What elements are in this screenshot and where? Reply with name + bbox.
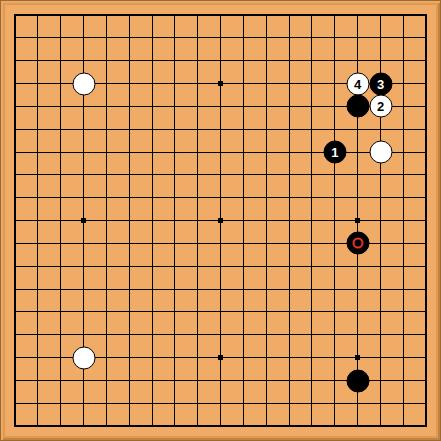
- intersection[interactable]: [346, 186, 369, 209]
- intersection[interactable]: [415, 392, 438, 415]
- intersection[interactable]: [369, 278, 392, 301]
- intersection[interactable]: [278, 72, 301, 95]
- intersection[interactable]: [346, 4, 369, 27]
- intersection[interactable]: [72, 255, 95, 278]
- intersection[interactable]: [163, 301, 186, 324]
- intersection[interactable]: [95, 392, 118, 415]
- intersection[interactable]: [415, 141, 438, 164]
- intersection[interactable]: [278, 26, 301, 49]
- intersection[interactable]: [49, 415, 72, 438]
- intersection[interactable]: [323, 209, 346, 232]
- intersection[interactable]: [4, 209, 27, 232]
- intersection[interactable]: [346, 232, 369, 255]
- intersection[interactable]: [255, 141, 278, 164]
- intersection[interactable]: [26, 95, 49, 118]
- intersection[interactable]: [232, 186, 255, 209]
- intersection[interactable]: [392, 49, 415, 72]
- intersection[interactable]: [95, 72, 118, 95]
- intersection[interactable]: [301, 26, 324, 49]
- intersection[interactable]: [4, 255, 27, 278]
- intersection[interactable]: [346, 95, 369, 118]
- intersection[interactable]: [232, 323, 255, 346]
- intersection[interactable]: [323, 346, 346, 369]
- intersection[interactable]: [255, 186, 278, 209]
- intersection[interactable]: [415, 232, 438, 255]
- intersection[interactable]: [118, 26, 141, 49]
- intersection[interactable]: [118, 278, 141, 301]
- intersection[interactable]: [26, 301, 49, 324]
- intersection[interactable]: [26, 255, 49, 278]
- intersection[interactable]: [209, 346, 232, 369]
- white-stone[interactable]: [72, 72, 95, 95]
- intersection[interactable]: [369, 392, 392, 415]
- intersection[interactable]: [232, 72, 255, 95]
- intersection[interactable]: [4, 232, 27, 255]
- intersection[interactable]: [255, 346, 278, 369]
- intersection[interactable]: [346, 346, 369, 369]
- intersection[interactable]: [323, 232, 346, 255]
- intersection[interactable]: [95, 26, 118, 49]
- intersection[interactable]: [392, 232, 415, 255]
- intersection[interactable]: [26, 163, 49, 186]
- intersection[interactable]: [301, 323, 324, 346]
- intersection[interactable]: [415, 255, 438, 278]
- intersection[interactable]: [209, 26, 232, 49]
- intersection[interactable]: [163, 255, 186, 278]
- intersection[interactable]: [209, 72, 232, 95]
- intersection[interactable]: [95, 95, 118, 118]
- intersection[interactable]: [323, 301, 346, 324]
- intersection[interactable]: [232, 369, 255, 392]
- intersection[interactable]: [232, 209, 255, 232]
- intersection[interactable]: [26, 323, 49, 346]
- intersection[interactable]: [346, 392, 369, 415]
- intersection[interactable]: [4, 163, 27, 186]
- intersection[interactable]: [26, 186, 49, 209]
- intersection[interactable]: [4, 141, 27, 164]
- intersection[interactable]: [255, 301, 278, 324]
- white-stone[interactable]: 2: [369, 95, 392, 118]
- intersection[interactable]: [49, 186, 72, 209]
- intersection[interactable]: [209, 186, 232, 209]
- intersection[interactable]: [392, 392, 415, 415]
- intersection[interactable]: [26, 415, 49, 438]
- intersection[interactable]: [118, 346, 141, 369]
- intersection[interactable]: [278, 118, 301, 141]
- intersection[interactable]: [72, 95, 95, 118]
- intersection[interactable]: [415, 49, 438, 72]
- intersection[interactable]: [301, 392, 324, 415]
- intersection[interactable]: [186, 141, 209, 164]
- intersection[interactable]: [346, 301, 369, 324]
- intersection[interactable]: [392, 118, 415, 141]
- intersection[interactable]: [323, 26, 346, 49]
- intersection[interactable]: [369, 26, 392, 49]
- intersection[interactable]: [415, 118, 438, 141]
- intersection[interactable]: [392, 369, 415, 392]
- intersection[interactable]: [209, 163, 232, 186]
- black-stone[interactable]: [346, 95, 369, 118]
- intersection[interactable]: [95, 186, 118, 209]
- intersection[interactable]: [415, 95, 438, 118]
- intersection[interactable]: [209, 369, 232, 392]
- intersection[interactable]: [118, 72, 141, 95]
- intersection[interactable]: [255, 255, 278, 278]
- intersection[interactable]: [72, 26, 95, 49]
- intersection[interactable]: 3: [369, 72, 392, 95]
- intersection[interactable]: [346, 415, 369, 438]
- intersection[interactable]: [95, 118, 118, 141]
- intersection[interactable]: [369, 118, 392, 141]
- intersection[interactable]: [346, 255, 369, 278]
- intersection[interactable]: [4, 26, 27, 49]
- intersection[interactable]: [209, 209, 232, 232]
- intersection[interactable]: [141, 278, 164, 301]
- intersection[interactable]: [369, 141, 392, 164]
- intersection[interactable]: [369, 323, 392, 346]
- intersection[interactable]: [415, 346, 438, 369]
- intersection[interactable]: [163, 163, 186, 186]
- intersection[interactable]: [186, 186, 209, 209]
- intersection[interactable]: [118, 141, 141, 164]
- intersection[interactable]: [141, 301, 164, 324]
- intersection[interactable]: [323, 118, 346, 141]
- intersection[interactable]: [49, 232, 72, 255]
- intersection[interactable]: [278, 49, 301, 72]
- intersection[interactable]: [141, 49, 164, 72]
- intersection[interactable]: [232, 141, 255, 164]
- intersection[interactable]: [186, 346, 209, 369]
- intersection[interactable]: [301, 278, 324, 301]
- intersection[interactable]: [232, 4, 255, 27]
- intersection[interactable]: [323, 72, 346, 95]
- intersection[interactable]: [346, 49, 369, 72]
- intersection[interactable]: [369, 255, 392, 278]
- intersection[interactable]: [209, 323, 232, 346]
- intersection[interactable]: [209, 118, 232, 141]
- intersection[interactable]: [232, 415, 255, 438]
- intersection[interactable]: [255, 415, 278, 438]
- intersection[interactable]: [141, 118, 164, 141]
- intersection[interactable]: [95, 346, 118, 369]
- intersection[interactable]: [95, 209, 118, 232]
- intersection[interactable]: [163, 209, 186, 232]
- intersection[interactable]: [95, 4, 118, 27]
- intersection[interactable]: [392, 163, 415, 186]
- intersection[interactable]: [186, 26, 209, 49]
- intersection[interactable]: [163, 72, 186, 95]
- intersection[interactable]: 4: [346, 72, 369, 95]
- intersection[interactable]: [186, 72, 209, 95]
- intersection[interactable]: [301, 163, 324, 186]
- intersection[interactable]: [26, 392, 49, 415]
- intersection[interactable]: [392, 323, 415, 346]
- intersection[interactable]: [415, 4, 438, 27]
- intersection[interactable]: [301, 301, 324, 324]
- intersection[interactable]: [232, 232, 255, 255]
- intersection[interactable]: [346, 118, 369, 141]
- intersection[interactable]: [323, 392, 346, 415]
- intersection[interactable]: [392, 209, 415, 232]
- intersection[interactable]: [415, 186, 438, 209]
- intersection[interactable]: [118, 49, 141, 72]
- intersection[interactable]: [72, 49, 95, 72]
- intersection[interactable]: [278, 323, 301, 346]
- intersection[interactable]: [49, 369, 72, 392]
- intersection[interactable]: [255, 209, 278, 232]
- intersection[interactable]: [141, 346, 164, 369]
- intersection[interactable]: [95, 323, 118, 346]
- intersection[interactable]: [301, 49, 324, 72]
- intersection[interactable]: [49, 141, 72, 164]
- intersection[interactable]: [369, 4, 392, 27]
- intersection[interactable]: [95, 301, 118, 324]
- intersection[interactable]: [415, 415, 438, 438]
- intersection[interactable]: [141, 232, 164, 255]
- intersection[interactable]: [26, 141, 49, 164]
- intersection[interactable]: [346, 163, 369, 186]
- intersection[interactable]: [301, 369, 324, 392]
- intersection[interactable]: [209, 415, 232, 438]
- intersection[interactable]: [26, 369, 49, 392]
- intersection[interactable]: [186, 369, 209, 392]
- intersection[interactable]: [49, 72, 72, 95]
- intersection[interactable]: [141, 4, 164, 27]
- intersection[interactable]: [301, 209, 324, 232]
- intersection[interactable]: [118, 4, 141, 27]
- intersection[interactable]: [163, 4, 186, 27]
- intersection[interactable]: [72, 278, 95, 301]
- intersection[interactable]: [415, 369, 438, 392]
- intersection[interactable]: [72, 163, 95, 186]
- intersection[interactable]: [49, 301, 72, 324]
- intersection[interactable]: [415, 72, 438, 95]
- intersection[interactable]: [118, 301, 141, 324]
- intersection[interactable]: [95, 163, 118, 186]
- intersection[interactable]: [118, 95, 141, 118]
- intersection[interactable]: [49, 118, 72, 141]
- intersection[interactable]: [209, 301, 232, 324]
- intersection[interactable]: [392, 95, 415, 118]
- intersection[interactable]: [301, 255, 324, 278]
- intersection[interactable]: [255, 278, 278, 301]
- intersection[interactable]: [118, 255, 141, 278]
- intersection[interactable]: [323, 49, 346, 72]
- intersection[interactable]: [255, 232, 278, 255]
- intersection[interactable]: [346, 369, 369, 392]
- intersection[interactable]: [141, 255, 164, 278]
- intersection[interactable]: [163, 278, 186, 301]
- intersection[interactable]: [26, 346, 49, 369]
- intersection[interactable]: [255, 392, 278, 415]
- intersection[interactable]: [163, 346, 186, 369]
- intersection[interactable]: [163, 95, 186, 118]
- intersection[interactable]: [141, 163, 164, 186]
- intersection[interactable]: [392, 415, 415, 438]
- intersection[interactable]: [392, 278, 415, 301]
- intersection[interactable]: [26, 26, 49, 49]
- intersection[interactable]: [72, 141, 95, 164]
- intersection[interactable]: [209, 278, 232, 301]
- intersection[interactable]: [118, 163, 141, 186]
- intersection[interactable]: [346, 323, 369, 346]
- intersection[interactable]: [369, 163, 392, 186]
- intersection[interactable]: [392, 301, 415, 324]
- intersection[interactable]: [26, 118, 49, 141]
- intersection[interactable]: [255, 95, 278, 118]
- intersection[interactable]: [415, 301, 438, 324]
- intersection[interactable]: [4, 95, 27, 118]
- black-stone[interactable]: [346, 369, 369, 392]
- intersection[interactable]: [255, 163, 278, 186]
- intersection[interactable]: [95, 232, 118, 255]
- intersection[interactable]: [141, 209, 164, 232]
- intersection[interactable]: [323, 369, 346, 392]
- intersection[interactable]: [369, 209, 392, 232]
- intersection[interactable]: [163, 141, 186, 164]
- intersection[interactable]: [278, 209, 301, 232]
- white-stone[interactable]: [369, 141, 392, 164]
- intersection[interactable]: [301, 415, 324, 438]
- intersection[interactable]: [186, 95, 209, 118]
- intersection[interactable]: [118, 232, 141, 255]
- intersection[interactable]: [278, 95, 301, 118]
- intersection[interactable]: [163, 26, 186, 49]
- black-stone[interactable]: [346, 232, 369, 255]
- intersection[interactable]: [301, 186, 324, 209]
- intersection[interactable]: [49, 255, 72, 278]
- intersection[interactable]: [415, 26, 438, 49]
- intersection[interactable]: [163, 118, 186, 141]
- intersection[interactable]: [118, 415, 141, 438]
- intersection[interactable]: [278, 301, 301, 324]
- intersection[interactable]: [346, 209, 369, 232]
- intersection[interactable]: [301, 346, 324, 369]
- intersection[interactable]: [415, 163, 438, 186]
- intersection[interactable]: [118, 118, 141, 141]
- intersection[interactable]: [415, 323, 438, 346]
- black-stone[interactable]: 3: [369, 72, 392, 95]
- intersection[interactable]: [255, 118, 278, 141]
- intersection[interactable]: [49, 323, 72, 346]
- intersection[interactable]: [163, 49, 186, 72]
- intersection[interactable]: [72, 369, 95, 392]
- intersection[interactable]: [301, 95, 324, 118]
- intersection[interactable]: [26, 209, 49, 232]
- intersection[interactable]: [4, 186, 27, 209]
- intersection[interactable]: [209, 95, 232, 118]
- intersection[interactable]: [141, 141, 164, 164]
- intersection[interactable]: [163, 392, 186, 415]
- intersection[interactable]: [4, 301, 27, 324]
- intersection[interactable]: [232, 255, 255, 278]
- intersection[interactable]: [186, 49, 209, 72]
- intersection[interactable]: [232, 26, 255, 49]
- intersection[interactable]: [301, 141, 324, 164]
- intersection[interactable]: [209, 4, 232, 27]
- intersection[interactable]: [72, 186, 95, 209]
- intersection[interactable]: [278, 163, 301, 186]
- intersection[interactable]: [118, 209, 141, 232]
- intersection[interactable]: [26, 49, 49, 72]
- intersection[interactable]: [4, 392, 27, 415]
- intersection[interactable]: [4, 49, 27, 72]
- intersection[interactable]: [141, 392, 164, 415]
- intersection[interactable]: [415, 209, 438, 232]
- intersection[interactable]: [141, 95, 164, 118]
- intersection[interactable]: [232, 163, 255, 186]
- intersection[interactable]: [186, 209, 209, 232]
- intersection[interactable]: [49, 392, 72, 415]
- intersection[interactable]: [186, 415, 209, 438]
- intersection[interactable]: [301, 72, 324, 95]
- intersection[interactable]: [26, 4, 49, 27]
- intersection[interactable]: [278, 346, 301, 369]
- intersection[interactable]: [209, 255, 232, 278]
- intersection[interactable]: [49, 49, 72, 72]
- intersection[interactable]: [232, 392, 255, 415]
- intersection[interactable]: [278, 141, 301, 164]
- intersection[interactable]: [186, 4, 209, 27]
- intersection[interactable]: [118, 186, 141, 209]
- intersection[interactable]: [95, 369, 118, 392]
- intersection[interactable]: [323, 186, 346, 209]
- intersection[interactable]: [255, 72, 278, 95]
- intersection[interactable]: [186, 118, 209, 141]
- intersection[interactable]: [141, 186, 164, 209]
- intersection[interactable]: [186, 392, 209, 415]
- white-stone[interactable]: [72, 346, 95, 369]
- intersection[interactable]: [163, 369, 186, 392]
- intersection[interactable]: [346, 141, 369, 164]
- intersection[interactable]: [232, 49, 255, 72]
- intersection[interactable]: [323, 323, 346, 346]
- intersection[interactable]: [346, 278, 369, 301]
- intersection[interactable]: [232, 95, 255, 118]
- intersection[interactable]: [278, 4, 301, 27]
- intersection[interactable]: [392, 255, 415, 278]
- black-stone[interactable]: 1: [323, 141, 346, 164]
- intersection[interactable]: [415, 278, 438, 301]
- intersection[interactable]: [369, 301, 392, 324]
- intersection[interactable]: [255, 323, 278, 346]
- intersection[interactable]: [392, 186, 415, 209]
- intersection[interactable]: [392, 141, 415, 164]
- intersection[interactable]: [301, 232, 324, 255]
- intersection[interactable]: [4, 118, 27, 141]
- intersection[interactable]: [209, 392, 232, 415]
- intersection[interactable]: [72, 4, 95, 27]
- intersection[interactable]: [95, 49, 118, 72]
- intersection[interactable]: [186, 278, 209, 301]
- intersection[interactable]: [72, 72, 95, 95]
- intersection[interactable]: [163, 232, 186, 255]
- intersection[interactable]: [26, 232, 49, 255]
- intersection[interactable]: [209, 232, 232, 255]
- intersection[interactable]: [232, 346, 255, 369]
- intersection[interactable]: [209, 49, 232, 72]
- intersection[interactable]: [49, 95, 72, 118]
- intersection[interactable]: [4, 278, 27, 301]
- intersection[interactable]: [255, 369, 278, 392]
- intersection[interactable]: [369, 369, 392, 392]
- intersection[interactable]: [301, 118, 324, 141]
- intersection[interactable]: [95, 141, 118, 164]
- intersection[interactable]: [95, 278, 118, 301]
- intersection[interactable]: [118, 323, 141, 346]
- intersection[interactable]: [141, 415, 164, 438]
- intersection[interactable]: [346, 26, 369, 49]
